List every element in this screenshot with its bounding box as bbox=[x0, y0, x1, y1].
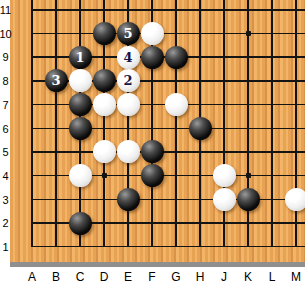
intersection-J7[interactable] bbox=[212, 93, 236, 117]
grid-line-horizontal bbox=[140, 199, 164, 201]
intersection-J11[interactable] bbox=[212, 0, 236, 22]
grid-line-horizontal bbox=[164, 80, 188, 82]
grid-line-horizontal bbox=[212, 56, 236, 58]
grid-line-horizontal bbox=[188, 56, 212, 58]
row-label-7: 7 bbox=[0, 98, 12, 112]
white-stone-E8: 2 bbox=[117, 69, 140, 92]
star-point-D4 bbox=[102, 173, 107, 178]
grid-line-horizontal bbox=[68, 33, 92, 35]
grid-line-horizontal bbox=[164, 199, 188, 201]
white-stone-G7 bbox=[165, 93, 188, 116]
grid-line-horizontal bbox=[236, 246, 260, 248]
row-label-5: 5 bbox=[0, 145, 12, 159]
grid-line-horizontal bbox=[68, 246, 92, 248]
white-stone-E9: 4 bbox=[117, 46, 140, 69]
intersection-M8[interactable] bbox=[284, 69, 305, 93]
intersection-B10[interactable] bbox=[44, 22, 68, 46]
intersection-A6[interactable] bbox=[20, 116, 44, 140]
intersection-B4[interactable] bbox=[44, 164, 68, 188]
grid-line-vertical bbox=[151, 0, 153, 22]
intersection-C1[interactable] bbox=[68, 235, 92, 259]
intersection-H2[interactable] bbox=[188, 211, 212, 235]
intersection-L11[interactable] bbox=[260, 0, 284, 22]
grid-line-horizontal bbox=[212, 80, 236, 82]
grid-line-horizontal bbox=[92, 199, 116, 201]
black-stone-F5 bbox=[141, 140, 164, 163]
grid-line-horizontal bbox=[260, 56, 284, 58]
intersection-G11[interactable] bbox=[164, 0, 188, 22]
intersection-L3[interactable] bbox=[260, 188, 284, 212]
intersection-D5[interactable] bbox=[92, 140, 116, 164]
intersection-H10[interactable] bbox=[188, 22, 212, 46]
intersection-F11[interactable] bbox=[140, 0, 164, 22]
intersection-E9[interactable]: 4 bbox=[116, 45, 140, 69]
intersection-F9[interactable] bbox=[140, 45, 164, 69]
intersection-H3[interactable] bbox=[188, 188, 212, 212]
intersection-C3[interactable] bbox=[68, 188, 92, 212]
grid-line-horizontal bbox=[212, 151, 236, 153]
grid-line-vertical bbox=[127, 0, 129, 22]
go-board-grid: 51432 bbox=[20, 0, 305, 259]
intersection-K9[interactable] bbox=[236, 45, 260, 69]
intersection-E10[interactable]: 5 bbox=[116, 22, 140, 46]
grid-line-horizontal bbox=[236, 80, 260, 82]
grid-line-horizontal bbox=[188, 222, 212, 224]
intersection-G3[interactable] bbox=[164, 188, 188, 212]
intersection-G5[interactable] bbox=[164, 140, 188, 164]
intersection-J6[interactable] bbox=[212, 116, 236, 140]
intersection-B6[interactable] bbox=[44, 116, 68, 140]
grid-line-horizontal bbox=[68, 151, 92, 153]
black-stone-C6 bbox=[69, 117, 92, 140]
grid-line-horizontal bbox=[236, 151, 260, 153]
intersection-F1[interactable] bbox=[140, 235, 164, 259]
intersection-D11[interactable] bbox=[92, 0, 116, 22]
intersection-D8[interactable] bbox=[92, 69, 116, 93]
intersection-C8[interactable] bbox=[68, 69, 92, 93]
intersection-L10[interactable] bbox=[260, 22, 284, 46]
grid-line-horizontal bbox=[260, 104, 284, 106]
intersection-M9[interactable] bbox=[284, 45, 305, 69]
grid-line-horizontal bbox=[284, 56, 305, 58]
intersection-M3[interactable] bbox=[284, 188, 305, 212]
grid-line-horizontal bbox=[236, 9, 260, 11]
go-diagram: 51432 1110987654321 ABCDEFGHJKLM bbox=[0, 0, 305, 284]
intersection-B2[interactable] bbox=[44, 211, 68, 235]
grid-line-horizontal bbox=[44, 9, 68, 11]
intersection-A11[interactable] bbox=[20, 0, 44, 22]
intersection-H1[interactable] bbox=[188, 235, 212, 259]
intersection-K10[interactable] bbox=[236, 22, 260, 46]
grid-line-horizontal bbox=[260, 246, 284, 248]
grid-line-horizontal bbox=[116, 175, 140, 177]
grid-line-horizontal bbox=[44, 56, 68, 58]
intersection-D3[interactable] bbox=[92, 188, 116, 212]
white-stone-C8 bbox=[69, 69, 92, 92]
intersection-E3[interactable] bbox=[116, 188, 140, 212]
grid-line-horizontal bbox=[92, 56, 116, 58]
grid-line-horizontal bbox=[31, 33, 44, 35]
intersection-F5[interactable] bbox=[140, 140, 164, 164]
column-label-H: H bbox=[188, 270, 212, 284]
intersection-A3[interactable] bbox=[20, 188, 44, 212]
grid-line-horizontal bbox=[236, 128, 260, 130]
black-stone-H6 bbox=[189, 117, 212, 140]
grid-line-horizontal bbox=[140, 222, 164, 224]
move-number-5: 5 bbox=[123, 27, 132, 40]
intersection-K1[interactable] bbox=[236, 235, 260, 259]
grid-line-horizontal bbox=[188, 199, 212, 201]
grid-line-horizontal bbox=[164, 222, 188, 224]
intersection-M5[interactable] bbox=[284, 140, 305, 164]
grid-line-vertical bbox=[175, 0, 177, 22]
grid-line-horizontal bbox=[140, 9, 164, 11]
go-board[interactable]: 51432 bbox=[10, 0, 305, 262]
star-point-K10 bbox=[246, 31, 251, 36]
grid-line-horizontal bbox=[92, 128, 116, 130]
grid-line-horizontal bbox=[140, 104, 164, 106]
white-stone-E5 bbox=[117, 140, 140, 163]
grid-line-horizontal bbox=[140, 128, 164, 130]
black-stone-B8: 3 bbox=[45, 69, 68, 92]
grid-line-horizontal bbox=[164, 9, 188, 11]
grid-line-horizontal bbox=[212, 222, 236, 224]
grid-line-horizontal bbox=[260, 222, 284, 224]
row-label-2: 2 bbox=[0, 216, 12, 230]
black-stone-C2 bbox=[69, 212, 92, 235]
intersection-G6[interactable] bbox=[164, 116, 188, 140]
grid-line-horizontal bbox=[188, 9, 212, 11]
grid-line-horizontal bbox=[92, 222, 116, 224]
grid-line-horizontal bbox=[188, 33, 212, 35]
intersection-L1[interactable] bbox=[260, 235, 284, 259]
grid-line-horizontal bbox=[44, 151, 68, 153]
grid-line-horizontal bbox=[212, 9, 236, 11]
black-stone-C7 bbox=[69, 93, 92, 116]
grid-line-horizontal bbox=[31, 175, 44, 177]
grid-line-vertical bbox=[223, 0, 225, 22]
grid-line-vertical bbox=[79, 0, 81, 22]
intersection-H5[interactable] bbox=[188, 140, 212, 164]
intersection-B8[interactable]: 3 bbox=[44, 69, 68, 93]
grid-line-horizontal bbox=[284, 33, 305, 35]
row-label-9: 9 bbox=[0, 50, 12, 64]
intersection-K3[interactable] bbox=[236, 188, 260, 212]
grid-line-horizontal bbox=[236, 104, 260, 106]
intersection-J10[interactable] bbox=[212, 22, 236, 46]
intersection-A7[interactable] bbox=[20, 93, 44, 117]
grid-line-horizontal bbox=[44, 104, 68, 106]
grid-line-horizontal bbox=[284, 9, 305, 11]
intersection-B5[interactable] bbox=[44, 140, 68, 164]
grid-line-vertical bbox=[55, 0, 57, 22]
white-stone-J4 bbox=[213, 164, 236, 187]
intersection-K11[interactable] bbox=[236, 0, 260, 22]
grid-line-horizontal bbox=[116, 246, 140, 248]
intersection-K8[interactable] bbox=[236, 69, 260, 93]
intersection-B9[interactable] bbox=[44, 45, 68, 69]
grid-line-vertical bbox=[199, 0, 201, 22]
intersection-D7[interactable] bbox=[92, 93, 116, 117]
black-stone-K3 bbox=[237, 188, 260, 211]
grid-line-horizontal bbox=[212, 104, 236, 106]
column-label-B: B bbox=[44, 270, 68, 284]
grid-line-horizontal bbox=[164, 175, 188, 177]
grid-line-horizontal bbox=[31, 56, 44, 58]
intersection-E11[interactable] bbox=[116, 0, 140, 22]
grid-line-horizontal bbox=[31, 9, 44, 11]
intersection-L8[interactable] bbox=[260, 69, 284, 93]
intersection-G10[interactable] bbox=[164, 22, 188, 46]
intersection-F2[interactable] bbox=[140, 211, 164, 235]
intersection-A2[interactable] bbox=[20, 211, 44, 235]
intersection-G9[interactable] bbox=[164, 45, 188, 69]
grid-line-horizontal bbox=[236, 222, 260, 224]
intersection-J4[interactable] bbox=[212, 164, 236, 188]
grid-line-horizontal bbox=[260, 128, 284, 130]
grid-line-vertical bbox=[31, 0, 33, 22]
black-stone-E3 bbox=[117, 188, 140, 211]
intersection-M6[interactable] bbox=[284, 116, 305, 140]
grid-line-horizontal bbox=[164, 246, 188, 248]
intersection-H9[interactable] bbox=[188, 45, 212, 69]
grid-line-horizontal bbox=[164, 33, 188, 35]
intersection-M7[interactable] bbox=[284, 93, 305, 117]
intersection-K2[interactable] bbox=[236, 211, 260, 235]
grid-line-horizontal bbox=[68, 199, 92, 201]
row-label-1: 1 bbox=[0, 240, 12, 254]
intersection-G8[interactable] bbox=[164, 69, 188, 93]
grid-line-horizontal bbox=[31, 199, 44, 201]
grid-line-horizontal bbox=[236, 56, 260, 58]
intersection-M10[interactable] bbox=[284, 22, 305, 46]
grid-line-horizontal bbox=[188, 246, 212, 248]
grid-line-horizontal bbox=[260, 175, 284, 177]
row-label-3: 3 bbox=[0, 193, 12, 207]
intersection-H8[interactable] bbox=[188, 69, 212, 93]
intersection-L6[interactable] bbox=[260, 116, 284, 140]
column-label-L: L bbox=[260, 270, 284, 284]
grid-line-horizontal bbox=[260, 80, 284, 82]
grid-line-horizontal bbox=[284, 222, 305, 224]
intersection-L4[interactable] bbox=[260, 164, 284, 188]
black-stone-G9 bbox=[165, 46, 188, 69]
grid-line-horizontal bbox=[116, 128, 140, 130]
move-number-3: 3 bbox=[51, 74, 60, 87]
row-label-11: 11 bbox=[0, 3, 12, 17]
grid-line-horizontal bbox=[31, 128, 44, 130]
intersection-J9[interactable] bbox=[212, 45, 236, 69]
black-stone-E10: 5 bbox=[117, 22, 140, 45]
white-stone-C4 bbox=[69, 164, 92, 187]
grid-line-horizontal bbox=[31, 80, 44, 82]
grid-line-horizontal bbox=[44, 199, 68, 201]
intersection-C5[interactable] bbox=[68, 140, 92, 164]
intersection-E1[interactable] bbox=[116, 235, 140, 259]
grid-line-horizontal bbox=[188, 175, 212, 177]
grid-line-horizontal bbox=[116, 222, 140, 224]
intersection-H4[interactable] bbox=[188, 164, 212, 188]
intersection-C6[interactable] bbox=[68, 116, 92, 140]
row-label-6: 6 bbox=[0, 122, 12, 136]
grid-line-horizontal bbox=[212, 128, 236, 130]
grid-line-vertical bbox=[103, 0, 105, 22]
grid-line-vertical bbox=[247, 0, 249, 22]
intersection-C10[interactable] bbox=[68, 22, 92, 46]
grid-line-horizontal bbox=[164, 128, 188, 130]
intersection-M11[interactable] bbox=[284, 0, 305, 22]
intersection-A8[interactable] bbox=[20, 69, 44, 93]
intersection-L5[interactable] bbox=[260, 140, 284, 164]
grid-line-horizontal bbox=[212, 246, 236, 248]
white-stone-E7 bbox=[117, 93, 140, 116]
intersection-E7[interactable] bbox=[116, 93, 140, 117]
intersection-E2[interactable] bbox=[116, 211, 140, 235]
black-stone-D8 bbox=[93, 69, 116, 92]
star-point-K4 bbox=[246, 173, 251, 178]
intersection-G7[interactable] bbox=[164, 93, 188, 117]
grid-line-horizontal bbox=[140, 80, 164, 82]
column-label-M: M bbox=[284, 270, 305, 284]
grid-line-horizontal bbox=[164, 151, 188, 153]
intersection-D6[interactable] bbox=[92, 116, 116, 140]
intersection-F10[interactable] bbox=[140, 22, 164, 46]
white-stone-D5 bbox=[93, 140, 116, 163]
grid-line-horizontal bbox=[260, 33, 284, 35]
intersection-D9[interactable] bbox=[92, 45, 116, 69]
row-label-4: 4 bbox=[0, 169, 12, 183]
intersection-F3[interactable] bbox=[140, 188, 164, 212]
intersection-A10[interactable] bbox=[20, 22, 44, 46]
row-label-10: 10 bbox=[0, 27, 12, 41]
intersection-F7[interactable] bbox=[140, 93, 164, 117]
grid-line-horizontal bbox=[212, 33, 236, 35]
intersection-M1[interactable] bbox=[284, 235, 305, 259]
intersection-K6[interactable] bbox=[236, 116, 260, 140]
grid-line-horizontal bbox=[68, 9, 92, 11]
intersection-E6[interactable] bbox=[116, 116, 140, 140]
intersection-J8[interactable] bbox=[212, 69, 236, 93]
column-label-J: J bbox=[212, 270, 236, 284]
intersection-J5[interactable] bbox=[212, 140, 236, 164]
grid-line-horizontal bbox=[44, 33, 68, 35]
grid-line-horizontal bbox=[260, 9, 284, 11]
intersection-C2[interactable] bbox=[68, 211, 92, 235]
intersection-D4[interactable] bbox=[92, 164, 116, 188]
intersection-H7[interactable] bbox=[188, 93, 212, 117]
grid-line-horizontal bbox=[116, 9, 140, 11]
intersection-J1[interactable] bbox=[212, 235, 236, 259]
intersection-B3[interactable] bbox=[44, 188, 68, 212]
intersection-A5[interactable] bbox=[20, 140, 44, 164]
intersection-C4[interactable] bbox=[68, 164, 92, 188]
intersection-H11[interactable] bbox=[188, 0, 212, 22]
move-number-4: 4 bbox=[123, 50, 132, 63]
intersection-E4[interactable] bbox=[116, 164, 140, 188]
intersection-A4[interactable] bbox=[20, 164, 44, 188]
white-stone-D7 bbox=[93, 93, 116, 116]
grid-line-horizontal bbox=[44, 246, 68, 248]
intersection-M4[interactable] bbox=[284, 164, 305, 188]
column-label-G: G bbox=[164, 270, 188, 284]
intersection-H6[interactable] bbox=[188, 116, 212, 140]
intersection-B1[interactable] bbox=[44, 235, 68, 259]
intersection-D1[interactable] bbox=[92, 235, 116, 259]
column-label-E: E bbox=[116, 270, 140, 284]
intersection-C7[interactable] bbox=[68, 93, 92, 117]
grid-line-horizontal bbox=[284, 128, 305, 130]
intersection-F4[interactable] bbox=[140, 164, 164, 188]
intersection-D2[interactable] bbox=[92, 211, 116, 235]
grid-line-horizontal bbox=[44, 222, 68, 224]
column-label-K: K bbox=[236, 270, 260, 284]
grid-line-horizontal bbox=[284, 246, 305, 248]
grid-line-vertical bbox=[295, 0, 297, 22]
intersection-J2[interactable] bbox=[212, 211, 236, 235]
column-label-A: A bbox=[20, 270, 44, 284]
intersection-C11[interactable] bbox=[68, 0, 92, 22]
intersection-K5[interactable] bbox=[236, 140, 260, 164]
row-label-8: 8 bbox=[0, 74, 12, 88]
grid-line-horizontal bbox=[92, 9, 116, 11]
grid-line-horizontal bbox=[284, 104, 305, 106]
intersection-E8[interactable]: 2 bbox=[116, 69, 140, 93]
grid-line-vertical bbox=[271, 0, 273, 22]
white-stone-J3 bbox=[213, 188, 236, 211]
grid-line-horizontal bbox=[31, 151, 44, 153]
intersection-J3[interactable] bbox=[212, 188, 236, 212]
grid-line-horizontal bbox=[284, 175, 305, 177]
grid-line-horizontal bbox=[284, 80, 305, 82]
grid-line-horizontal bbox=[44, 175, 68, 177]
grid-line-horizontal bbox=[188, 151, 212, 153]
intersection-K4[interactable] bbox=[236, 164, 260, 188]
grid-line-horizontal bbox=[260, 199, 284, 201]
intersection-F8[interactable] bbox=[140, 69, 164, 93]
black-stone-D10 bbox=[93, 22, 116, 45]
grid-line-horizontal bbox=[31, 246, 44, 248]
grid-line-horizontal bbox=[31, 222, 44, 224]
intersection-G2[interactable] bbox=[164, 211, 188, 235]
column-label-F: F bbox=[140, 270, 164, 284]
intersection-B11[interactable] bbox=[44, 0, 68, 22]
move-number-1: 1 bbox=[75, 50, 84, 63]
column-label-C: C bbox=[68, 270, 92, 284]
column-label-D: D bbox=[92, 270, 116, 284]
intersection-G1[interactable] bbox=[164, 235, 188, 259]
intersection-M2[interactable] bbox=[284, 211, 305, 235]
grid-line-horizontal bbox=[92, 246, 116, 248]
white-stone-M3 bbox=[285, 188, 306, 211]
grid-line-horizontal bbox=[31, 104, 44, 106]
intersection-B7[interactable] bbox=[44, 93, 68, 117]
intersection-A1[interactable] bbox=[20, 235, 44, 259]
intersection-L2[interactable] bbox=[260, 211, 284, 235]
intersection-L7[interactable] bbox=[260, 93, 284, 117]
intersection-C9[interactable]: 1 bbox=[68, 45, 92, 69]
move-number-2: 2 bbox=[123, 74, 132, 87]
intersection-A9[interactable] bbox=[20, 45, 44, 69]
intersection-K7[interactable] bbox=[236, 93, 260, 117]
grid-line-horizontal bbox=[188, 80, 212, 82]
intersection-F6[interactable] bbox=[140, 116, 164, 140]
intersection-L9[interactable] bbox=[260, 45, 284, 69]
intersection-D10[interactable] bbox=[92, 22, 116, 46]
intersection-E5[interactable] bbox=[116, 140, 140, 164]
grid-line-horizontal bbox=[188, 104, 212, 106]
black-stone-F9 bbox=[141, 46, 164, 69]
intersection-G4[interactable] bbox=[164, 164, 188, 188]
